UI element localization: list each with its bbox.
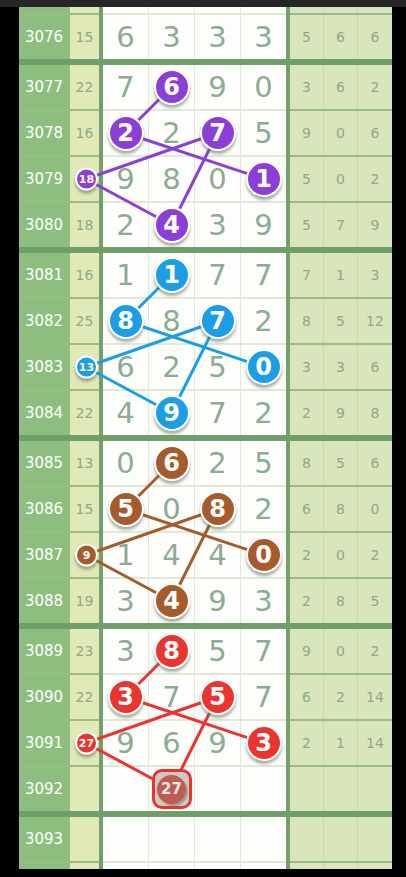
sum-cell: 22 xyxy=(70,391,99,435)
stat-cell: 9 xyxy=(290,111,323,155)
issue-cell: 3092 xyxy=(19,767,69,811)
circled-sum: 27 xyxy=(75,732,98,755)
issue-cell: 3089 xyxy=(19,629,69,673)
stat-cell: 7 xyxy=(290,253,323,297)
row-3093: 3093 xyxy=(19,817,392,861)
row-3086: 3086155082680 xyxy=(19,487,392,531)
digit-cell: 5 xyxy=(241,111,286,155)
digit-cell: 3 xyxy=(103,579,148,623)
stat-cell: 3 xyxy=(324,345,357,389)
issue-cell xyxy=(19,863,69,869)
sum-cell: 16 xyxy=(70,253,99,297)
stat-cell: 2 xyxy=(358,157,392,201)
digit-cell: 2 xyxy=(103,203,148,247)
digit-cell: 2 xyxy=(149,111,194,155)
stat-cell: 9 xyxy=(290,629,323,673)
digit-cell: 6 xyxy=(149,441,194,485)
stat-cell xyxy=(324,863,357,869)
digit-cell: 8 xyxy=(149,629,194,673)
stat-cell: 0 xyxy=(324,629,357,673)
sum-cell: 22 xyxy=(70,65,99,109)
row-3084: 3084224972298 xyxy=(19,391,392,435)
stat-cell: 9 xyxy=(324,391,357,435)
digit-cell: 7 xyxy=(241,253,286,297)
digit-cell: 6 xyxy=(149,65,194,109)
sum-cell: 13 xyxy=(70,345,99,389)
stat-cell: 5 xyxy=(290,15,323,59)
prediction-value: 27 xyxy=(157,775,186,804)
digit-cell: 9 xyxy=(241,203,286,247)
circled-digit: 4 xyxy=(154,583,190,619)
digit-cell xyxy=(195,863,240,869)
row-3089: 3089233857902 xyxy=(19,629,392,673)
stat-cell xyxy=(324,767,357,811)
sum-cell: 13 xyxy=(70,441,99,485)
issue-cell: 3083 xyxy=(19,345,69,389)
digit-cell xyxy=(103,817,148,861)
issue-cell: 3081 xyxy=(19,253,69,297)
digit-cell: 5 xyxy=(195,629,240,673)
digit-cell xyxy=(195,817,240,861)
sum-cell: 18 xyxy=(70,157,99,201)
row-3081: 3081161177713 xyxy=(19,253,392,297)
digit-cell: 27 xyxy=(149,767,194,811)
row-3078: 3078162275906 xyxy=(19,111,392,155)
digit-cell: 3 xyxy=(241,15,286,59)
digit-cell: 8 xyxy=(195,487,240,531)
stat-cell: 5 xyxy=(324,441,357,485)
digit-cell: 0 xyxy=(103,441,148,485)
digit-cell: 4 xyxy=(149,579,194,623)
issue-cell: 3076 xyxy=(19,15,69,59)
digit-cell xyxy=(241,817,286,861)
digit-cell: 2 xyxy=(195,441,240,485)
circled-digit: 3 xyxy=(108,679,144,715)
digit-cell: 1 xyxy=(149,253,194,297)
digit-cell: 7 xyxy=(241,675,286,719)
digit-cell: 5 xyxy=(103,487,148,531)
stat-cell: 8 xyxy=(290,299,323,343)
digit-cell: 4 xyxy=(103,391,148,435)
circled-digit: 0 xyxy=(246,349,282,385)
issue-cell: 3080 xyxy=(19,203,69,247)
stat-cell: 2 xyxy=(290,721,323,765)
row-3079: 3079189801502 xyxy=(19,157,392,201)
stat-cell: 6 xyxy=(358,441,392,485)
stat-cell: 8 xyxy=(358,391,392,435)
stat-cell: 0 xyxy=(324,157,357,201)
digit-cell: 3 xyxy=(241,721,286,765)
circled-digit: 8 xyxy=(154,633,190,669)
partial-row xyxy=(19,863,392,869)
stat-cell: 6 xyxy=(290,675,323,719)
digit-cell: 5 xyxy=(241,441,286,485)
digit-cell: 0 xyxy=(241,65,286,109)
digit-cell xyxy=(195,767,240,811)
stat-cell: 2 xyxy=(358,629,392,673)
sum-cell: 19 xyxy=(70,579,99,623)
issue-cell: 3085 xyxy=(19,441,69,485)
sum-cell: 27 xyxy=(70,721,99,765)
stat-cell: 1 xyxy=(324,721,357,765)
digit-cell: 1 xyxy=(103,253,148,297)
stat-cell: 2 xyxy=(324,675,357,719)
issue-cell: 3086 xyxy=(19,487,69,531)
digit-cell: 9 xyxy=(149,391,194,435)
circled-digit: 6 xyxy=(154,69,190,105)
stat-cell: 5 xyxy=(324,299,357,343)
row-3082: 30822588728512 xyxy=(19,299,392,343)
sum-cell: 16 xyxy=(70,111,99,155)
stat-cell xyxy=(290,817,323,861)
issue-cell: 3088 xyxy=(19,579,69,623)
issue-cell: 3091 xyxy=(19,721,69,765)
digit-cell: 7 xyxy=(103,65,148,109)
stat-cell: 0 xyxy=(324,533,357,577)
circled-digit: 5 xyxy=(200,679,236,715)
stat-cell: 0 xyxy=(358,487,392,531)
sum-cell xyxy=(70,767,99,811)
stat-cell xyxy=(358,863,392,869)
stat-cell: 2 xyxy=(290,533,323,577)
issue-cell: 3077 xyxy=(19,65,69,109)
digit-cell: 1 xyxy=(241,157,286,201)
row-3077: 3077227690362 xyxy=(19,65,392,109)
digit-cell: 7 xyxy=(195,391,240,435)
digit-cell xyxy=(103,767,148,811)
circled-digit: 3 xyxy=(246,725,282,761)
digit-cell: 3 xyxy=(241,579,286,623)
digit-cell: 4 xyxy=(195,533,240,577)
prediction-box[interactable]: 27 xyxy=(152,769,192,809)
digit-cell: 7 xyxy=(241,629,286,673)
sum-cell: 25 xyxy=(70,299,99,343)
stat-cell: 6 xyxy=(290,487,323,531)
digit-cell: 8 xyxy=(149,157,194,201)
digit-cell: 2 xyxy=(241,391,286,435)
sum-cell: 15 xyxy=(70,15,99,59)
digit-cell: 2 xyxy=(149,345,194,389)
row-3085: 3085130625856 xyxy=(19,441,392,485)
digit-cell: 3 xyxy=(149,15,194,59)
circled-digit: 6 xyxy=(154,445,190,481)
digit-cell: 8 xyxy=(149,299,194,343)
stat-cell xyxy=(324,817,357,861)
sum-cell: 9 xyxy=(70,533,99,577)
row-3092: 309227 xyxy=(19,767,392,811)
issue-cell: 3082 xyxy=(19,299,69,343)
digit-cell: 0 xyxy=(149,487,194,531)
stat-cell xyxy=(358,767,392,811)
digit-cell: 2 xyxy=(103,111,148,155)
row-3091: 30912796932114 xyxy=(19,721,392,765)
stat-cell: 7 xyxy=(324,203,357,247)
stat-cell: 8 xyxy=(290,441,323,485)
sum-cell: 15 xyxy=(70,487,99,531)
circled-digit: 0 xyxy=(246,537,282,573)
sum-cell: 23 xyxy=(70,629,99,673)
stat-cell: 14 xyxy=(358,675,392,719)
digit-cell xyxy=(241,863,286,869)
circled-sum: 18 xyxy=(75,168,98,191)
circled-sum: 9 xyxy=(75,544,98,567)
row-3083: 3083136250336 xyxy=(19,345,392,389)
row-3080: 3080182439579 xyxy=(19,203,392,247)
digit-cell: 3 xyxy=(195,15,240,59)
stat-cell: 9 xyxy=(358,203,392,247)
row-3090: 30902237576214 xyxy=(19,675,392,719)
digit-cell: 5 xyxy=(195,345,240,389)
digit-cell: 7 xyxy=(149,675,194,719)
stat-cell: 2 xyxy=(358,533,392,577)
issue-cell: 3090 xyxy=(19,675,69,719)
stat-cell: 3 xyxy=(290,345,323,389)
row-3088: 3088193493285 xyxy=(19,579,392,623)
stat-cell: 5 xyxy=(290,203,323,247)
circled-digit: 1 xyxy=(246,161,282,197)
digit-cell: 9 xyxy=(195,579,240,623)
stat-cell: 6 xyxy=(358,345,392,389)
digit-cell: 2 xyxy=(241,487,286,531)
row-3087: 308791440202 xyxy=(19,533,392,577)
circled-digit: 7 xyxy=(200,115,236,151)
digit-cell xyxy=(149,863,194,869)
digit-cell: 0 xyxy=(241,345,286,389)
stat-cell: 8 xyxy=(324,487,357,531)
sum-cell: 18 xyxy=(70,203,99,247)
stat-cell: 12 xyxy=(358,299,392,343)
stat-cell: 3 xyxy=(358,253,392,297)
digit-cell: 3 xyxy=(195,203,240,247)
digit-cell: 3 xyxy=(103,675,148,719)
circled-digit: 1 xyxy=(154,257,190,293)
circled-sum: 13 xyxy=(75,356,98,379)
digit-cell xyxy=(103,863,148,869)
issue-cell: 3084 xyxy=(19,391,69,435)
digit-cell xyxy=(149,817,194,861)
issue-cell: 3078 xyxy=(19,111,69,155)
issue-cell: 3093 xyxy=(19,817,69,861)
digit-cell: 9 xyxy=(103,157,148,201)
circled-digit: 8 xyxy=(108,303,144,339)
stat-cell xyxy=(358,817,392,861)
stat-cell: 2 xyxy=(290,391,323,435)
trend-table: 3076156333566307722769036230781622759063… xyxy=(19,7,392,869)
digit-cell: 4 xyxy=(149,533,194,577)
digit-cell: 0 xyxy=(195,157,240,201)
circled-digit: 7 xyxy=(200,303,236,339)
stat-cell: 6 xyxy=(358,111,392,155)
circled-digit: 2 xyxy=(108,115,144,151)
sum-cell: 22 xyxy=(70,675,99,719)
issue-cell: 3079 xyxy=(19,157,69,201)
stat-cell: 3 xyxy=(290,65,323,109)
digit-cell: 6 xyxy=(103,345,148,389)
digit-cell: 4 xyxy=(149,203,194,247)
circled-digit: 8 xyxy=(200,491,236,527)
stat-cell: 1 xyxy=(324,253,357,297)
digit-cell: 0 xyxy=(241,533,286,577)
circled-digit: 4 xyxy=(154,207,190,243)
digit-cell: 6 xyxy=(103,15,148,59)
digit-cell: 7 xyxy=(195,299,240,343)
digit-cell: 9 xyxy=(195,65,240,109)
sum-cell xyxy=(70,863,99,869)
digit-cell: 7 xyxy=(195,111,240,155)
sum-cell xyxy=(70,7,99,13)
digit-cell: 3 xyxy=(103,629,148,673)
digit-cell: 2 xyxy=(241,299,286,343)
digit-cell: 7 xyxy=(195,253,240,297)
circled-digit: 9 xyxy=(154,395,190,431)
stat-cell: 5 xyxy=(358,579,392,623)
digit-cell: 9 xyxy=(103,721,148,765)
stat-cell: 14 xyxy=(358,721,392,765)
status-bar xyxy=(0,0,406,7)
digit-cell: 6 xyxy=(149,721,194,765)
stat-cell: 8 xyxy=(324,579,357,623)
digit-cell: 5 xyxy=(195,675,240,719)
stat-cell: 5 xyxy=(290,157,323,201)
digit-cell: 9 xyxy=(195,721,240,765)
issue-cell: 3087 xyxy=(19,533,69,577)
digit-cell xyxy=(241,767,286,811)
trend-chart-screen[interactable]: 3076156333566307722769036230781622759063… xyxy=(0,0,406,877)
row-3076: 3076156333566 xyxy=(19,15,392,59)
stat-cell: 0 xyxy=(324,111,357,155)
stat-cell xyxy=(290,767,323,811)
stat-cell: 6 xyxy=(324,15,357,59)
stat-cell: 2 xyxy=(358,65,392,109)
sum-cell xyxy=(70,817,99,861)
circled-digit: 5 xyxy=(108,491,144,527)
stat-cell xyxy=(290,863,323,869)
digit-cell: 1 xyxy=(103,533,148,577)
digit-cell: 8 xyxy=(103,299,148,343)
stat-cell: 2 xyxy=(290,579,323,623)
stat-cell: 6 xyxy=(358,15,392,59)
stat-cell: 6 xyxy=(324,65,357,109)
